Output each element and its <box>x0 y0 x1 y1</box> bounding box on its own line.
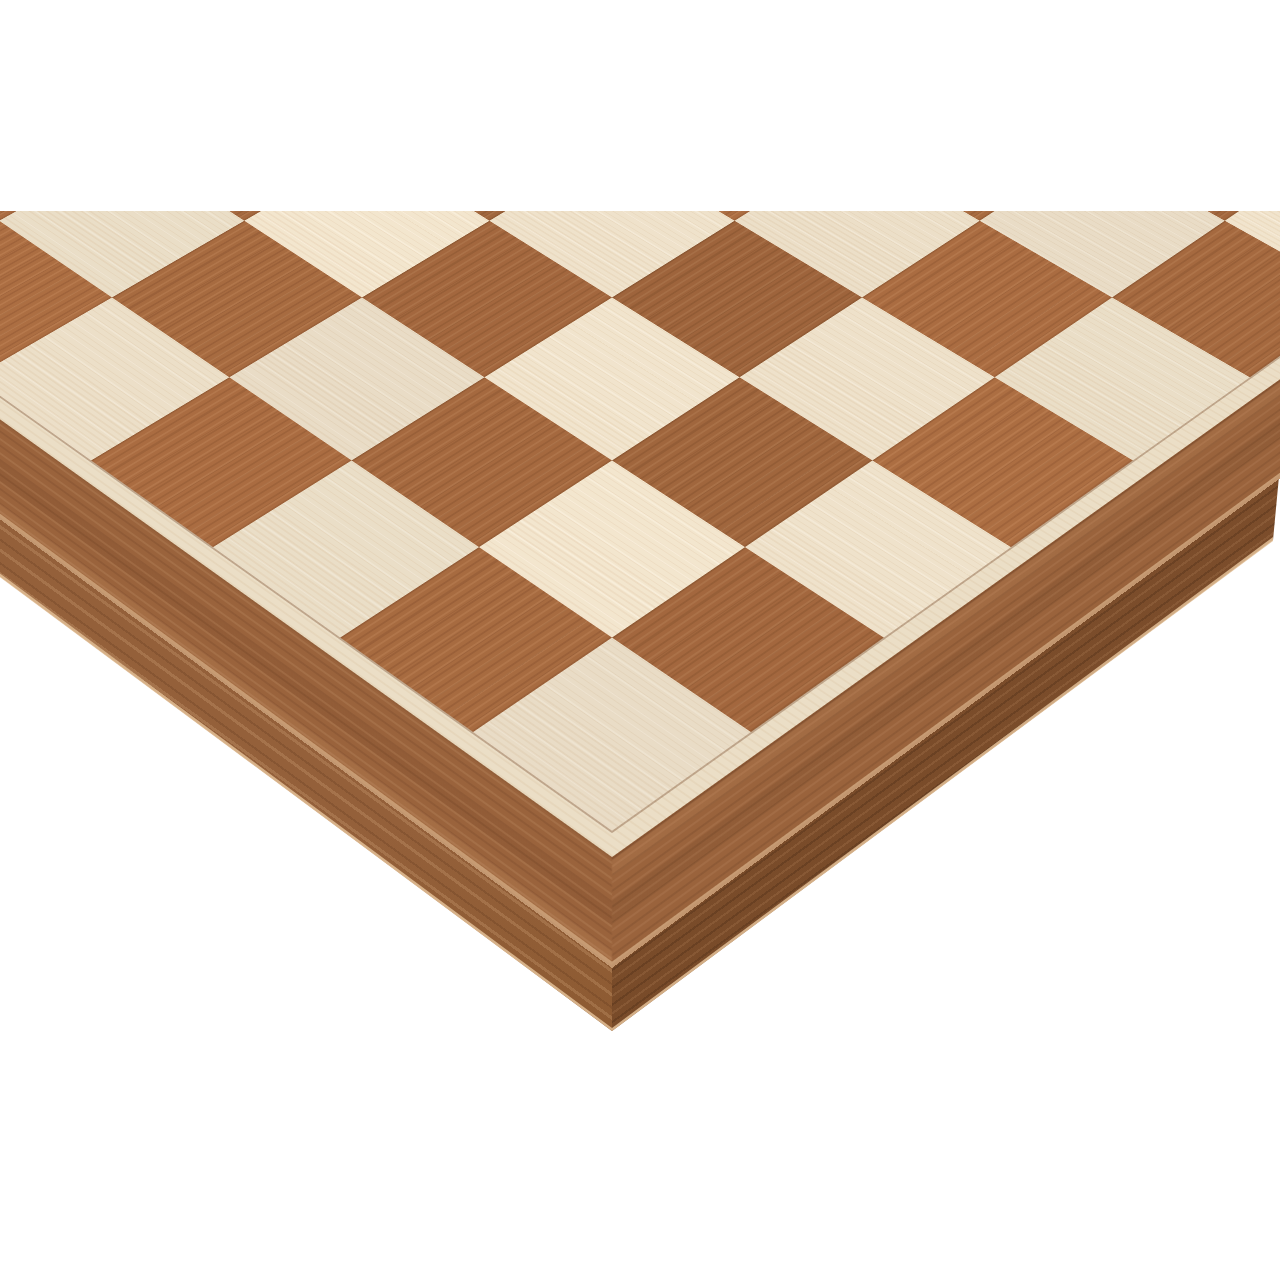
chess-board <box>0 211 1280 968</box>
board-photo-area <box>0 211 1280 1280</box>
product-photo <box>0 0 1280 1280</box>
